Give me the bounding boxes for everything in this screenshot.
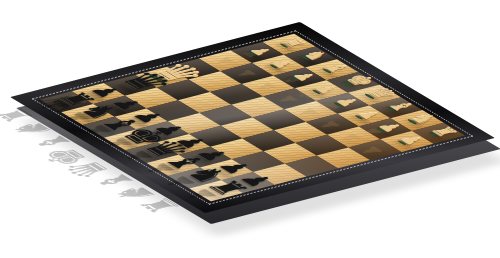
chess-board[interactable]: ♜♜♞♞♝♝♛♛♚♚♝♝♞♞♜♜♟♟♟♟♟♟♟♟♟♟♟♟♟♟♟♟♛♛♜♜♞♞♝♝…: [10, 22, 495, 213]
white-rook-glyph: ♜: [277, 37, 309, 49]
white-pawn-glyph: ♟: [310, 84, 341, 96]
product-photo-scene: ♜♜♞♞♝♝♛♛♚♚♝♝♞♞♜♜♟♟♟♟♟♟♟♟♟♟♟♟♟♟♟♟♛♛♜♜♞♞♝♝…: [0, 0, 500, 258]
white-rook-glyph: ♜: [426, 125, 461, 139]
white-pawn-glyph: ♟: [331, 96, 363, 108]
white-pawn-glyph: ♟: [395, 134, 428, 147]
white-pawn-glyph: ♟: [289, 71, 320, 83]
white-pawn-glyph: ♟: [267, 58, 297, 70]
white-pawn-glyph: ♟: [352, 109, 384, 121]
white-pawn-glyph: ♟: [374, 121, 407, 134]
white-pawn-glyph: ♟: [246, 46, 276, 58]
